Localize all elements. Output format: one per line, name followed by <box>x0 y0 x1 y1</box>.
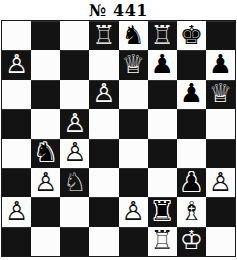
square-h3: ♙ <box>206 168 235 197</box>
square-b2 <box>31 197 60 226</box>
black-pawn-icon: ♟ <box>209 51 232 77</box>
square-g2: ♗ <box>177 197 206 226</box>
white-pawn-icon: ♙ <box>63 139 86 165</box>
black-pawn-icon: ♟ <box>151 51 174 77</box>
square-g4 <box>177 139 206 168</box>
square-e4 <box>119 139 148 168</box>
white-pawn-icon: ♙ <box>34 169 57 195</box>
square-f3 <box>148 168 177 197</box>
square-e5 <box>119 109 148 138</box>
square-e2: ♙ <box>119 197 148 226</box>
white-pawn-icon: ♙ <box>121 198 144 224</box>
square-d2 <box>89 197 118 226</box>
square-g3: ♟ <box>177 168 206 197</box>
square-f6 <box>148 80 177 109</box>
white-rook-icon: ♖ <box>151 22 174 48</box>
white-queen-icon: ♕ <box>121 51 144 77</box>
square-c4: ♙ <box>60 139 89 168</box>
square-e1 <box>119 227 148 256</box>
square-d3 <box>89 168 118 197</box>
square-f4 <box>148 139 177 168</box>
white-bishop-icon: ♗ <box>180 198 203 224</box>
black-pawn-icon: ♟ <box>180 169 203 195</box>
white-rook-icon: ♖ <box>92 22 115 48</box>
square-c5: ♙ <box>60 109 89 138</box>
square-e7: ♕ <box>119 50 148 79</box>
square-b8 <box>31 21 60 50</box>
square-f1: ♖ <box>148 227 177 256</box>
square-g8: ♚ <box>177 21 206 50</box>
black-knight-icon: ♞ <box>34 139 57 165</box>
square-b6 <box>31 80 60 109</box>
square-h7: ♟ <box>206 50 235 79</box>
square-f7: ♟ <box>148 50 177 79</box>
square-a4 <box>2 139 31 168</box>
square-a8 <box>2 21 31 50</box>
black-pawn-icon: ♟ <box>180 80 203 106</box>
black-knight-icon: ♞ <box>121 22 144 48</box>
square-h6: ♕ <box>206 80 235 109</box>
square-d6: ♙ <box>89 80 118 109</box>
square-g5 <box>177 109 206 138</box>
square-a5 <box>2 109 31 138</box>
square-e6 <box>119 80 148 109</box>
square-c7 <box>60 50 89 79</box>
square-h4 <box>206 139 235 168</box>
square-a3 <box>2 168 31 197</box>
square-b5 <box>31 109 60 138</box>
white-pawn-icon: ♙ <box>63 110 86 136</box>
square-c2 <box>60 197 89 226</box>
square-f8: ♖ <box>148 21 177 50</box>
square-g7 <box>177 50 206 79</box>
white-king-icon: ♔ <box>180 227 203 253</box>
white-queen-icon: ♕ <box>209 80 232 106</box>
square-a1 <box>2 227 31 256</box>
square-e8: ♞ <box>119 21 148 50</box>
black-rook-icon: ♜ <box>151 198 174 224</box>
white-pawn-icon: ♙ <box>209 169 232 195</box>
white-pawn-icon: ♙ <box>5 198 28 224</box>
square-c3: ♘ <box>60 168 89 197</box>
white-knight-icon: ♘ <box>63 169 86 195</box>
square-h1 <box>206 227 235 256</box>
square-d5 <box>89 109 118 138</box>
black-king-icon: ♚ <box>180 22 203 48</box>
square-b4: ♞ <box>31 139 60 168</box>
square-g6: ♟ <box>177 80 206 109</box>
square-g1: ♔ <box>177 227 206 256</box>
square-a6 <box>2 80 31 109</box>
square-h8 <box>206 21 235 50</box>
square-c1 <box>60 227 89 256</box>
diagram-page: № 441 ♖♞♖♚♙♕♟♟♙♟♕♙♞♙♙♘♟♙♙♙♜♗♖♔ <box>0 0 237 260</box>
square-d8: ♖ <box>89 21 118 50</box>
chess-board: ♖♞♖♚♙♕♟♟♙♟♕♙♞♙♙♘♟♙♙♙♜♗♖♔ <box>1 20 236 257</box>
square-a2: ♙ <box>2 197 31 226</box>
square-a7: ♙ <box>2 50 31 79</box>
square-f5 <box>148 109 177 138</box>
square-b3: ♙ <box>31 168 60 197</box>
square-b7 <box>31 50 60 79</box>
white-pawn-icon: ♙ <box>5 51 28 77</box>
square-d4 <box>89 139 118 168</box>
square-e3 <box>119 168 148 197</box>
diagram-number: № 441 <box>0 0 237 20</box>
square-c8 <box>60 21 89 50</box>
square-h5 <box>206 109 235 138</box>
square-d7 <box>89 50 118 79</box>
square-d1 <box>89 227 118 256</box>
white-pawn-icon: ♙ <box>92 80 115 106</box>
square-h2 <box>206 197 235 226</box>
square-b1 <box>31 227 60 256</box>
square-c6 <box>60 80 89 109</box>
white-rook-icon: ♖ <box>151 227 174 253</box>
square-f2: ♜ <box>148 197 177 226</box>
